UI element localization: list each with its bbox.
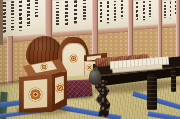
photo-japanese-room — [0, 0, 180, 119]
calligraphy-panel-c — [97, 0, 129, 30]
calligraphy-column — [56, 2, 59, 26]
small-box-medallion — [87, 65, 92, 70]
table-leg-right — [147, 74, 157, 110]
table-leg-back — [171, 66, 176, 92]
iron-pot — [89, 69, 101, 85]
calligraphy-column — [121, 0, 123, 18]
calligraphy-panel-d — [133, 0, 159, 27]
calligraphy-column — [35, 0, 38, 18]
calligraphy-column — [74, 0, 77, 23]
calligraphy-column — [11, 1, 14, 30]
calligraphy-column — [83, 0, 86, 20]
iron-pot-lid — [93, 67, 98, 71]
calligraphy-column — [65, 1, 68, 26]
calligraphy-column — [107, 1, 109, 23]
calligraphy-panel-a — [0, 0, 46, 38]
calligraphy-column — [136, 2, 138, 20]
calligraphy-column — [27, 0, 30, 26]
calligraphy-column — [143, 1, 145, 20]
frame-post — [158, 0, 163, 62]
calligraphy-panel-b — [52, 0, 93, 33]
calligraphy-column — [164, 2, 166, 18]
calligraphy-column — [100, 2, 102, 23]
cube-front-medallion — [29, 88, 42, 101]
frame-post — [176, 0, 180, 59]
calligraphy-column — [149, 1, 151, 17]
calligraphy-column — [170, 1, 172, 18]
calligraphy-column — [3, 2, 6, 33]
frame-edge — [0, 0, 3, 45]
cube-box — [16, 57, 68, 114]
backrest-medallion — [70, 55, 77, 62]
calligraphy-column — [19, 0, 22, 30]
calligraphy-column — [114, 1, 116, 21]
